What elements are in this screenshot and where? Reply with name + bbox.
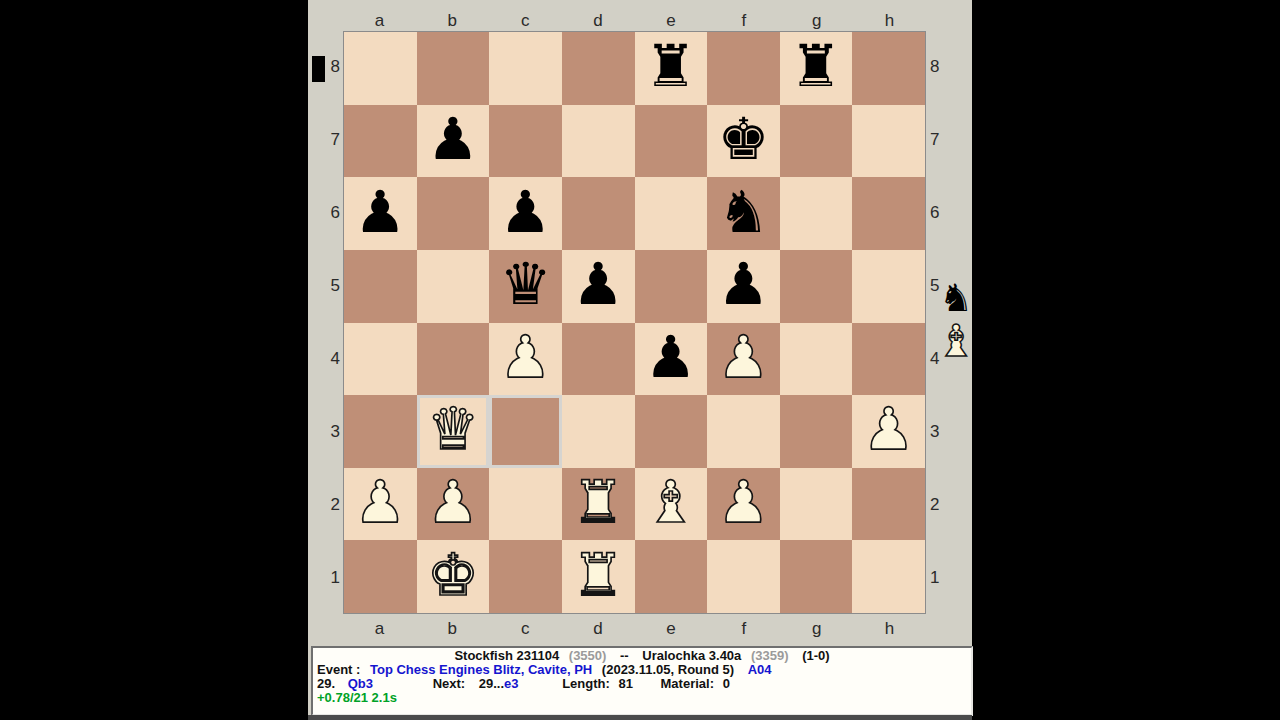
- square-h1[interactable]: [852, 540, 925, 613]
- side-to-move-indicator: [312, 56, 325, 82]
- file-label: c: [489, 11, 562, 31]
- square-c3[interactable]: [489, 395, 562, 468]
- square-f1[interactable]: [707, 540, 780, 613]
- file-label: f: [707, 619, 780, 639]
- rank-label: 8: [930, 31, 952, 104]
- rank-label: 1: [930, 541, 952, 614]
- square-e1[interactable]: [635, 540, 708, 613]
- square-h8[interactable]: [852, 32, 925, 105]
- black-pawn: ♟: [427, 110, 479, 168]
- square-c1[interactable]: [489, 540, 562, 613]
- black-rating: (3359): [751, 648, 789, 663]
- square-d2[interactable]: ♜: [562, 468, 635, 541]
- square-h2[interactable]: [852, 468, 925, 541]
- eco-code: A04: [748, 662, 772, 677]
- info-panel: Stockfish 231104 (3550) -- Uralochka 3.4…: [311, 646, 973, 716]
- white-king: ♚: [427, 546, 479, 604]
- rank-label: 2: [318, 468, 340, 541]
- square-a2[interactable]: ♟: [344, 468, 417, 541]
- square-c6[interactable]: ♟: [489, 177, 562, 250]
- square-b2[interactable]: ♟: [417, 468, 490, 541]
- square-a4[interactable]: [344, 323, 417, 396]
- file-label: b: [416, 11, 489, 31]
- eval-line: +0.78/21 2.1s: [317, 691, 967, 705]
- square-d7[interactable]: [562, 105, 635, 178]
- black-knight: ♞: [717, 183, 769, 241]
- rank-label: 6: [930, 177, 952, 250]
- black-pawn: ♟: [717, 255, 769, 313]
- square-h7[interactable]: [852, 105, 925, 178]
- white-queen: ♛: [427, 400, 479, 458]
- black-rook: ♜: [645, 37, 697, 95]
- event-label: Event :: [317, 662, 360, 677]
- square-g2[interactable]: [780, 468, 853, 541]
- white-bishop: ♝: [645, 473, 697, 531]
- square-c2[interactable]: [489, 468, 562, 541]
- length-label: Length:: [562, 676, 610, 691]
- square-d4[interactable]: [562, 323, 635, 396]
- black-pawn: ♟: [500, 183, 552, 241]
- square-f6[interactable]: ♞: [707, 177, 780, 250]
- square-e5[interactable]: [635, 250, 708, 323]
- white-pawn: ♟: [717, 473, 769, 531]
- white-rating: (3550): [569, 648, 607, 663]
- game-result: (1-0): [802, 648, 829, 663]
- square-c8[interactable]: [489, 32, 562, 105]
- square-b3[interactable]: ♛: [417, 395, 490, 468]
- file-label: e: [635, 619, 708, 639]
- material-value: 0: [723, 676, 730, 691]
- next-label: Next:: [433, 676, 466, 691]
- square-a1[interactable]: [344, 540, 417, 613]
- white-pawn: ♟: [354, 473, 406, 531]
- square-b7[interactable]: ♟: [417, 105, 490, 178]
- next-move-san: e3: [504, 676, 518, 691]
- square-b4[interactable]: [417, 323, 490, 396]
- square-a3[interactable]: [344, 395, 417, 468]
- white-player-name: Stockfish 231104: [454, 648, 559, 663]
- white-rook: ♜: [572, 546, 624, 604]
- square-f5[interactable]: ♟: [707, 250, 780, 323]
- square-e3[interactable]: [635, 395, 708, 468]
- square-e6[interactable]: [635, 177, 708, 250]
- square-c7[interactable]: [489, 105, 562, 178]
- players-line: Stockfish 231104 (3550) -- Uralochka 3.4…: [317, 649, 967, 663]
- black-rook: ♜: [790, 37, 842, 95]
- square-h6[interactable]: [852, 177, 925, 250]
- rank-label: 5: [318, 250, 340, 323]
- file-label: g: [780, 619, 853, 639]
- players-separator: --: [620, 648, 629, 663]
- chess-gui: abcdefgh abcdefgh 87654321 87654321 ♜♜♟♚…: [308, 0, 972, 720]
- file-label: e: [635, 11, 708, 31]
- last-move-san: Qb3: [348, 676, 373, 691]
- rank-label: 3: [318, 395, 340, 468]
- square-e4[interactable]: ♟: [635, 323, 708, 396]
- white-pawn: ♟: [863, 400, 915, 458]
- move-line: 29. Qb3 Next: 29...e3 Length: 81 Materia…: [317, 677, 967, 691]
- square-d1[interactable]: ♜: [562, 540, 635, 613]
- rank-label: 3: [930, 395, 952, 468]
- square-g8[interactable]: ♜: [780, 32, 853, 105]
- file-labels-top: abcdefgh: [343, 11, 926, 31]
- square-h3[interactable]: ♟: [852, 395, 925, 468]
- square-d6[interactable]: [562, 177, 635, 250]
- next-move-prefix: 29...: [479, 676, 504, 691]
- event-line: Event : Top Chess Engines Blitz, Cavite,…: [317, 663, 967, 677]
- black-pawn: ♟: [354, 183, 406, 241]
- event-name: Top Chess Engines Blitz, Cavite, PH: [370, 662, 592, 677]
- file-label: h: [853, 11, 926, 31]
- square-a5[interactable]: [344, 250, 417, 323]
- square-b5[interactable]: [417, 250, 490, 323]
- black-pawn: ♟: [572, 255, 624, 313]
- square-f8[interactable]: [707, 32, 780, 105]
- black-player-name: Uralochka 3.40a: [642, 648, 741, 663]
- square-h5[interactable]: [852, 250, 925, 323]
- square-b6[interactable]: [417, 177, 490, 250]
- captured-black-knight: ♞: [939, 279, 973, 317]
- square-b1[interactable]: ♚: [417, 540, 490, 613]
- event-details: (2023.11.05, Round 5): [602, 662, 734, 677]
- square-c5[interactable]: ♛: [489, 250, 562, 323]
- rank-label: 1: [318, 541, 340, 614]
- rank-labels-left: 87654321: [318, 31, 340, 614]
- square-f2[interactable]: ♟: [707, 468, 780, 541]
- rank-label: 6: [318, 177, 340, 250]
- black-pawn: ♟: [645, 328, 697, 386]
- square-d3[interactable]: [562, 395, 635, 468]
- length-value: 81: [618, 676, 632, 691]
- square-d8[interactable]: [562, 32, 635, 105]
- square-a8[interactable]: [344, 32, 417, 105]
- square-d5[interactable]: ♟: [562, 250, 635, 323]
- file-labels-bottom: abcdefgh: [343, 619, 926, 639]
- rank-label: 7: [930, 104, 952, 177]
- file-label: a: [343, 11, 416, 31]
- file-label: a: [343, 619, 416, 639]
- square-f7[interactable]: ♚: [707, 105, 780, 178]
- square-e2[interactable]: ♝: [635, 468, 708, 541]
- square-c4[interactable]: ♟: [489, 323, 562, 396]
- black-king: ♚: [717, 110, 769, 168]
- square-f3[interactable]: [707, 395, 780, 468]
- square-e7[interactable]: [635, 105, 708, 178]
- file-label: d: [562, 619, 635, 639]
- captured-white-bishop: ♝: [936, 319, 975, 363]
- black-queen: ♛: [500, 255, 552, 313]
- captured-pieces-tray: ♞♝: [933, 279, 979, 363]
- square-g6[interactable]: [780, 177, 853, 250]
- file-label: h: [853, 619, 926, 639]
- file-label: g: [780, 11, 853, 31]
- file-label: c: [489, 619, 562, 639]
- square-h4[interactable]: [852, 323, 925, 396]
- file-label: d: [562, 11, 635, 31]
- square-g4[interactable]: [780, 323, 853, 396]
- square-b8[interactable]: [417, 32, 490, 105]
- file-label: b: [416, 619, 489, 639]
- white-pawn: ♟: [717, 328, 769, 386]
- square-a6[interactable]: ♟: [344, 177, 417, 250]
- rank-label: 4: [318, 323, 340, 396]
- square-g1[interactable]: [780, 540, 853, 613]
- file-label: f: [707, 11, 780, 31]
- white-rook: ♜: [572, 473, 624, 531]
- square-g7[interactable]: [780, 105, 853, 178]
- engine-eval: +0.78/21 2.1s: [317, 690, 397, 705]
- rank-label: 2: [930, 468, 952, 541]
- square-a7[interactable]: [344, 105, 417, 178]
- rank-label: 7: [318, 104, 340, 177]
- panel-bottom-strip: [308, 715, 972, 720]
- square-g3[interactable]: [780, 395, 853, 468]
- material-label: Material:: [661, 676, 714, 691]
- square-f4[interactable]: ♟: [707, 323, 780, 396]
- chess-board: ♜♜♟♚♟♟♞♛♟♟♟♟♟♛♟♟♟♜♝♟♚♜: [343, 31, 926, 614]
- square-e8[interactable]: ♜: [635, 32, 708, 105]
- white-pawn: ♟: [427, 473, 479, 531]
- square-g5[interactable]: [780, 250, 853, 323]
- move-number: 29.: [317, 676, 335, 691]
- video-frame: abcdefgh abcdefgh 87654321 87654321 ♜♜♟♚…: [0, 0, 1280, 720]
- white-pawn: ♟: [500, 328, 552, 386]
